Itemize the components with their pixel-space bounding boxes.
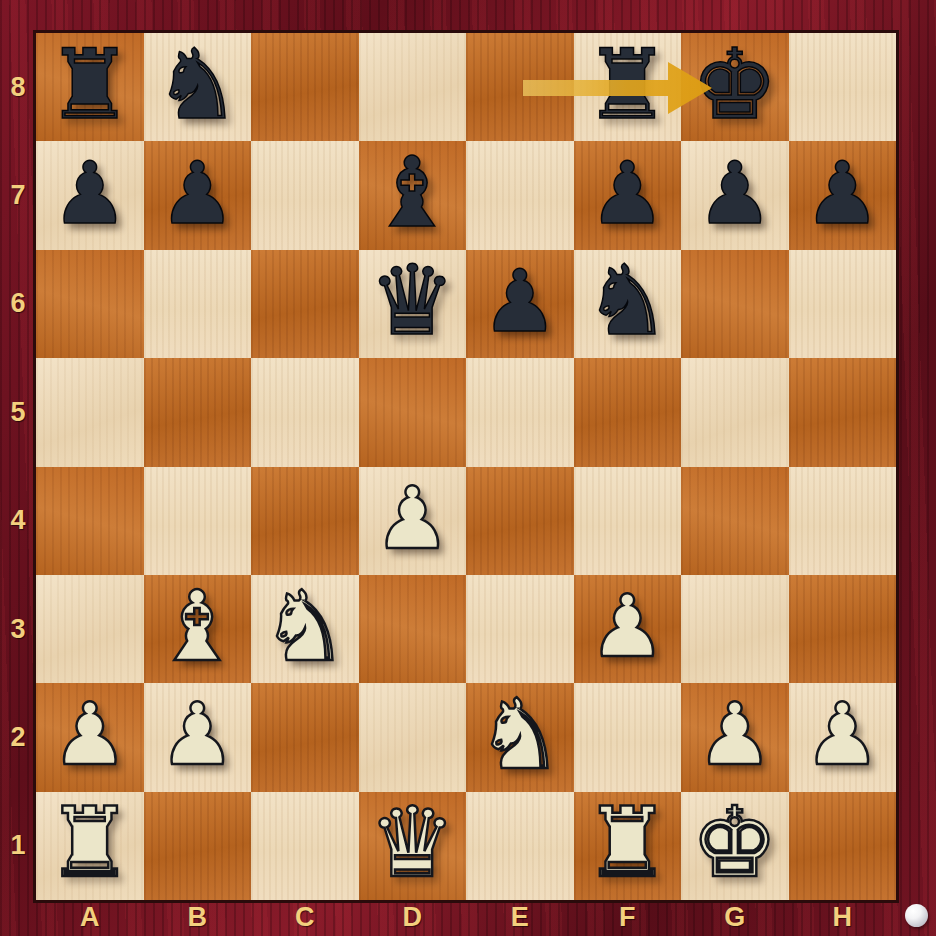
file-labels: ABCDEFGH bbox=[36, 898, 896, 936]
piece-white-knight[interactable]: ♞ bbox=[476, 686, 563, 783]
piece-black-pawn[interactable]: ♟ bbox=[51, 150, 128, 236]
square-a2[interactable]: ♟ bbox=[36, 683, 144, 791]
rank-label-1: 1 bbox=[0, 792, 36, 900]
square-b3[interactable]: ♝ bbox=[144, 575, 252, 683]
square-f4[interactable] bbox=[574, 467, 682, 575]
square-g6[interactable] bbox=[681, 250, 789, 358]
square-h2[interactable]: ♟ bbox=[789, 683, 897, 791]
square-d8[interactable] bbox=[359, 33, 467, 141]
square-d5[interactable] bbox=[359, 358, 467, 466]
square-d1[interactable]: ♛ bbox=[359, 792, 467, 900]
piece-black-pawn[interactable]: ♟ bbox=[589, 150, 666, 236]
square-d7[interactable]: ♝ bbox=[359, 141, 467, 249]
piece-black-knight[interactable]: ♞ bbox=[154, 36, 241, 133]
square-g1[interactable]: ♚ bbox=[681, 792, 789, 900]
piece-black-knight[interactable]: ♞ bbox=[584, 252, 671, 349]
piece-black-bishop[interactable]: ♝ bbox=[369, 144, 456, 241]
square-f6[interactable]: ♞ bbox=[574, 250, 682, 358]
piece-white-king[interactable]: ♚ bbox=[691, 794, 778, 891]
square-g8[interactable]: ♚ bbox=[681, 33, 789, 141]
square-d4[interactable]: ♟ bbox=[359, 467, 467, 575]
piece-white-rook[interactable]: ♜ bbox=[46, 794, 133, 891]
square-h4[interactable] bbox=[789, 467, 897, 575]
square-a4[interactable] bbox=[36, 467, 144, 575]
piece-white-knight[interactable]: ♞ bbox=[261, 578, 348, 675]
piece-white-pawn[interactable]: ♟ bbox=[374, 475, 451, 561]
square-c7[interactable] bbox=[251, 141, 359, 249]
square-c6[interactable] bbox=[251, 250, 359, 358]
piece-black-pawn[interactable]: ♟ bbox=[481, 258, 558, 344]
square-h5[interactable] bbox=[789, 358, 897, 466]
square-e3[interactable] bbox=[466, 575, 574, 683]
rank-label-4: 4 bbox=[0, 467, 36, 575]
square-c1[interactable] bbox=[251, 792, 359, 900]
piece-white-pawn[interactable]: ♟ bbox=[696, 691, 773, 777]
file-label-e: E bbox=[466, 898, 574, 936]
square-b2[interactable]: ♟ bbox=[144, 683, 252, 791]
square-a7[interactable]: ♟ bbox=[36, 141, 144, 249]
square-e5[interactable] bbox=[466, 358, 574, 466]
file-label-g: G bbox=[681, 898, 789, 936]
board-frame: ♜♞♜♚♟♟♝♟♟♟♛♟♞♟♝♞♟♟♟♞♟♟♜♛♜♚ 87654321 ABCD… bbox=[0, 0, 936, 936]
square-e8[interactable] bbox=[466, 33, 574, 141]
square-d3[interactable] bbox=[359, 575, 467, 683]
square-d2[interactable] bbox=[359, 683, 467, 791]
square-h8[interactable] bbox=[789, 33, 897, 141]
square-b4[interactable] bbox=[144, 467, 252, 575]
file-label-h: H bbox=[789, 898, 897, 936]
square-g7[interactable]: ♟ bbox=[681, 141, 789, 249]
square-f3[interactable]: ♟ bbox=[574, 575, 682, 683]
piece-black-rook[interactable]: ♜ bbox=[584, 36, 671, 133]
square-c8[interactable] bbox=[251, 33, 359, 141]
piece-black-rook[interactable]: ♜ bbox=[46, 36, 133, 133]
square-g2[interactable]: ♟ bbox=[681, 683, 789, 791]
square-a6[interactable] bbox=[36, 250, 144, 358]
square-h7[interactable]: ♟ bbox=[789, 141, 897, 249]
square-f7[interactable]: ♟ bbox=[574, 141, 682, 249]
square-a5[interactable] bbox=[36, 358, 144, 466]
piece-white-pawn[interactable]: ♟ bbox=[51, 691, 128, 777]
square-g5[interactable] bbox=[681, 358, 789, 466]
file-label-f: F bbox=[574, 898, 682, 936]
square-e6[interactable]: ♟ bbox=[466, 250, 574, 358]
square-a1[interactable]: ♜ bbox=[36, 792, 144, 900]
piece-white-pawn[interactable]: ♟ bbox=[589, 583, 666, 669]
rank-label-3: 3 bbox=[0, 575, 36, 683]
rank-label-5: 5 bbox=[0, 358, 36, 466]
square-b7[interactable]: ♟ bbox=[144, 141, 252, 249]
square-b1[interactable] bbox=[144, 792, 252, 900]
file-label-b: B bbox=[144, 898, 252, 936]
square-h3[interactable] bbox=[789, 575, 897, 683]
file-label-c: C bbox=[251, 898, 359, 936]
square-e1[interactable] bbox=[466, 792, 574, 900]
rank-labels: 87654321 bbox=[0, 33, 36, 900]
square-a8[interactable]: ♜ bbox=[36, 33, 144, 141]
square-f2[interactable] bbox=[574, 683, 682, 791]
piece-white-queen[interactable]: ♛ bbox=[369, 794, 456, 891]
square-h6[interactable] bbox=[789, 250, 897, 358]
square-f5[interactable] bbox=[574, 358, 682, 466]
piece-black-pawn[interactable]: ♟ bbox=[159, 150, 236, 236]
file-label-d: D bbox=[359, 898, 467, 936]
piece-white-rook[interactable]: ♜ bbox=[584, 794, 671, 891]
piece-black-king[interactable]: ♚ bbox=[691, 36, 778, 133]
square-a3[interactable] bbox=[36, 575, 144, 683]
file-label-a: A bbox=[36, 898, 144, 936]
piece-white-pawn[interactable]: ♟ bbox=[159, 691, 236, 777]
square-e2[interactable]: ♞ bbox=[466, 683, 574, 791]
square-f8[interactable]: ♜ bbox=[574, 33, 682, 141]
rank-label-8: 8 bbox=[0, 33, 36, 141]
piece-white-bishop[interactable]: ♝ bbox=[154, 578, 241, 675]
square-g4[interactable] bbox=[681, 467, 789, 575]
rank-label-6: 6 bbox=[0, 250, 36, 358]
piece-white-pawn[interactable]: ♟ bbox=[804, 691, 881, 777]
square-b5[interactable] bbox=[144, 358, 252, 466]
side-to-move-indicator bbox=[905, 904, 928, 927]
square-c4[interactable] bbox=[251, 467, 359, 575]
square-c5[interactable] bbox=[251, 358, 359, 466]
square-c3[interactable]: ♞ bbox=[251, 575, 359, 683]
square-e4[interactable] bbox=[466, 467, 574, 575]
square-h1[interactable] bbox=[789, 792, 897, 900]
rank-label-2: 2 bbox=[0, 683, 36, 791]
square-e7[interactable] bbox=[466, 141, 574, 249]
square-f1[interactable]: ♜ bbox=[574, 792, 682, 900]
piece-black-queen[interactable]: ♛ bbox=[369, 252, 456, 349]
chess-board: ♜♞♜♚♟♟♝♟♟♟♛♟♞♟♝♞♟♟♟♞♟♟♜♛♜♚ bbox=[36, 33, 896, 900]
piece-black-pawn[interactable]: ♟ bbox=[804, 150, 881, 236]
rank-label-7: 7 bbox=[0, 141, 36, 249]
piece-black-pawn[interactable]: ♟ bbox=[696, 150, 773, 236]
square-d6[interactable]: ♛ bbox=[359, 250, 467, 358]
square-c2[interactable] bbox=[251, 683, 359, 791]
square-b8[interactable]: ♞ bbox=[144, 33, 252, 141]
square-b6[interactable] bbox=[144, 250, 252, 358]
square-g3[interactable] bbox=[681, 575, 789, 683]
